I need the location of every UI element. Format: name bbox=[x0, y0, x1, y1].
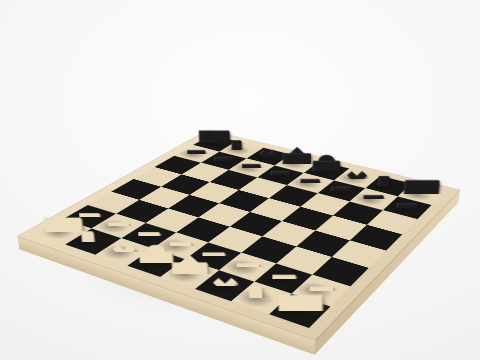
white-rook[interactable]: ■ bbox=[261, 227, 343, 325]
black-pawn[interactable]: ■ bbox=[375, 136, 447, 220]
studio-scene: ■▙✖◆■●■✖▙■■■■■■■■■■■■■■■■■■▙✖●■◆■✖▙■ bbox=[0, 0, 480, 360]
square-h1[interactable]: ■ bbox=[269, 294, 330, 328]
rook-glyph: ■ bbox=[273, 292, 327, 324]
